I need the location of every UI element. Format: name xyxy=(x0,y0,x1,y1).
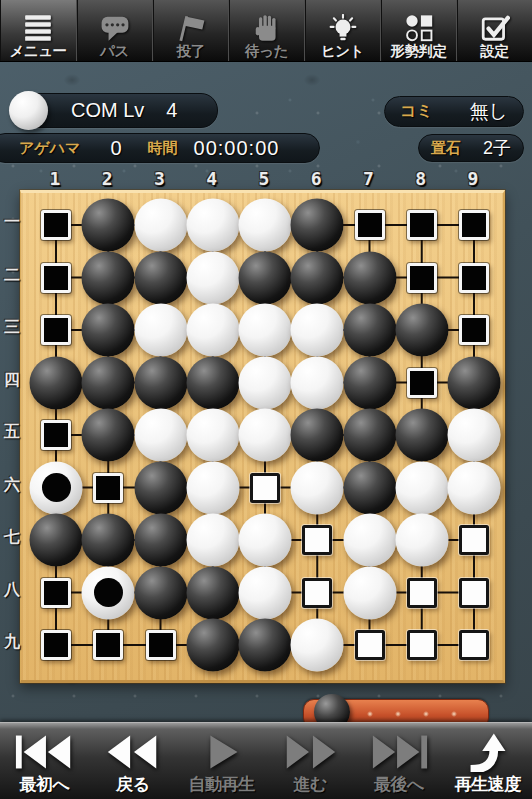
white-stone-8-6[interactable] xyxy=(395,461,448,514)
player-level-label: COM Lv xyxy=(71,99,144,122)
black-territory-marker-1-5[interactable] xyxy=(41,420,71,450)
col-label-8: 8 xyxy=(395,168,447,189)
black-stone-2-4[interactable] xyxy=(82,356,135,409)
white-stone-5-3[interactable] xyxy=(239,304,292,357)
pass-button-label: パス xyxy=(100,43,129,59)
white-stone-9-5[interactable] xyxy=(448,409,501,462)
black-stone-5-9[interactable] xyxy=(239,619,292,672)
app-screen: メニュー パス 投了 待った xyxy=(0,0,532,799)
black-territory-marker-2-6[interactable] xyxy=(93,473,123,503)
black-stone-1-7[interactable] xyxy=(30,514,83,567)
white-stone-4-1[interactable] xyxy=(186,199,239,252)
white-stone-5-4[interactable] xyxy=(239,356,292,409)
black-territory-marker-2-9[interactable] xyxy=(93,630,123,660)
white-stone-6-3[interactable] xyxy=(291,304,344,357)
dead-white-stone-2-8[interactable] xyxy=(82,566,135,619)
black-stone-6-2[interactable] xyxy=(291,251,344,304)
auto-play-label: 自動再生 xyxy=(189,773,255,796)
step-forward-button[interactable]: 進む xyxy=(266,723,355,799)
shapes-judge-icon xyxy=(404,14,434,42)
white-stone-5-1[interactable] xyxy=(239,199,292,252)
black-stone-8-5[interactable] xyxy=(395,409,448,462)
black-territory-marker-8-2[interactable] xyxy=(407,263,437,293)
white-stone-5-8[interactable] xyxy=(239,566,292,619)
step-forward-label: 進む xyxy=(294,773,327,796)
white-stone-4-3[interactable] xyxy=(186,304,239,357)
menu-button[interactable]: メニュー xyxy=(0,0,76,61)
curved-arrow-icon xyxy=(457,732,519,772)
row-label-8: 八 xyxy=(0,580,24,601)
row-label-4: 四 xyxy=(0,370,24,391)
white-stone-3-1[interactable] xyxy=(134,199,187,252)
white-stone-3-3[interactable] xyxy=(134,304,187,357)
handicap-value: 2子 xyxy=(483,136,511,160)
col-label-9: 9 xyxy=(447,168,499,189)
lightbulb-icon xyxy=(328,14,358,42)
row-label-5: 五 xyxy=(0,422,24,443)
time-value: 00:00:00 xyxy=(194,137,280,160)
white-territory-marker-9-9[interactable] xyxy=(459,630,489,660)
dead-white-stone-1-6[interactable] xyxy=(30,461,83,514)
handicap-label: 置石 xyxy=(431,139,461,158)
flag-icon xyxy=(176,14,206,42)
playback-speed-button[interactable]: 再生速度 xyxy=(443,723,532,799)
black-territory-marker-8-4[interactable] xyxy=(407,368,437,398)
col-label-3: 3 xyxy=(134,168,186,189)
black-territory-marker-1-3[interactable] xyxy=(41,315,71,345)
top-toolbar: メニュー パス 投了 待った xyxy=(0,0,532,62)
undo-button[interactable]: 待った xyxy=(228,0,304,61)
black-stone-6-1[interactable] xyxy=(291,199,344,252)
white-stone-6-9[interactable] xyxy=(291,619,344,672)
white-stone-3-5[interactable] xyxy=(134,409,187,462)
black-stone-7-6[interactable] xyxy=(343,461,396,514)
menu-icon xyxy=(23,14,53,42)
captures-value: 0 xyxy=(110,137,121,160)
komi-label: コミ xyxy=(400,101,433,122)
captures-label: アゲハマ xyxy=(19,139,80,158)
captures-time-pill: アゲハマ 0 時間 00:00:00 xyxy=(0,133,320,163)
black-stone-3-4[interactable] xyxy=(134,356,187,409)
auto-play-button[interactable]: 自動再生 xyxy=(177,723,266,799)
white-territory-marker-8-8[interactable] xyxy=(407,578,437,608)
black-stone-2-7[interactable] xyxy=(82,514,135,567)
black-territory-marker-8-1[interactable] xyxy=(407,210,437,240)
row-label-6: 六 xyxy=(0,475,24,496)
white-stone-7-8[interactable] xyxy=(343,566,396,619)
skip-to-end-icon xyxy=(368,732,430,772)
skip-to-start-label: 最初へ xyxy=(19,773,69,796)
menu-button-label: メニュー xyxy=(9,43,66,59)
black-stone-1-4[interactable] xyxy=(30,356,83,409)
settings-button-label: 設定 xyxy=(481,43,509,59)
black-stone-7-4[interactable] xyxy=(343,356,396,409)
black-stone-9-4[interactable] xyxy=(448,356,501,409)
white-territory-marker-5-6[interactable] xyxy=(250,473,280,503)
banner-text-partial xyxy=(364,711,474,717)
play-icon xyxy=(191,732,253,772)
judge-position-button-label: 形勢判定 xyxy=(391,43,447,59)
black-territory-marker-9-2[interactable] xyxy=(459,263,489,293)
checkbox-icon xyxy=(480,14,510,42)
fast-forward-icon xyxy=(279,732,341,772)
handicap-pill: 置石 2子 xyxy=(418,134,524,162)
col-label-2: 2 xyxy=(81,168,133,189)
col-label-7: 7 xyxy=(343,168,395,189)
white-territory-marker-9-7[interactable] xyxy=(459,525,489,555)
black-stone-7-5[interactable] xyxy=(343,409,396,462)
playback-speed-label: 再生速度 xyxy=(455,773,521,796)
black-stone-2-3[interactable] xyxy=(82,304,135,357)
pass-button[interactable]: パス xyxy=(76,0,152,61)
go-board[interactable] xyxy=(20,190,505,683)
black-stone-3-6[interactable] xyxy=(134,461,187,514)
settings-button[interactable]: 設定 xyxy=(456,0,532,61)
black-stone-4-8[interactable] xyxy=(186,566,239,619)
white-stone-4-7[interactable] xyxy=(186,514,239,567)
black-stone-5-2[interactable] xyxy=(239,251,292,304)
resign-button-label: 投了 xyxy=(177,43,205,59)
black-stone-2-5[interactable] xyxy=(82,409,135,462)
hand-icon xyxy=(252,14,282,42)
black-stone-7-2[interactable] xyxy=(343,251,396,304)
black-territory-marker-1-8[interactable] xyxy=(41,578,71,608)
step-back-label: 戻る xyxy=(116,773,149,796)
white-stone-icon xyxy=(9,91,48,130)
black-stone-7-3[interactable] xyxy=(343,304,396,357)
white-stone-4-6[interactable] xyxy=(186,461,239,514)
white-territory-marker-6-8[interactable] xyxy=(302,578,332,608)
white-territory-marker-7-9[interactable] xyxy=(355,630,385,660)
row-label-9: 九 xyxy=(0,632,24,653)
white-stone-7-7[interactable] xyxy=(343,514,396,567)
row-label-3: 三 xyxy=(0,317,24,338)
black-stone-3-2[interactable] xyxy=(134,251,187,304)
black-stone-2-1[interactable] xyxy=(82,199,135,252)
speech-bubble-icon xyxy=(100,14,130,42)
black-stone-3-8[interactable] xyxy=(134,566,187,619)
black-stone-4-4[interactable] xyxy=(186,356,239,409)
white-stone-8-7[interactable] xyxy=(395,514,448,567)
player-level-value: 4 xyxy=(166,99,177,122)
skip-to-end-label: 最後へ xyxy=(374,773,424,796)
black-stone-2-2[interactable] xyxy=(82,251,135,304)
black-stone-4-9[interactable] xyxy=(186,619,239,672)
white-stone-6-4[interactable] xyxy=(291,356,344,409)
col-label-5: 5 xyxy=(238,168,290,189)
black-territory-marker-9-1[interactable] xyxy=(459,210,489,240)
col-label-1: 1 xyxy=(29,168,81,189)
black-stone-6-5[interactable] xyxy=(291,409,344,462)
white-stone-9-6[interactable] xyxy=(448,461,501,514)
bottom-toolbar: 最初へ 戻る 自動再生 進む 最後へ xyxy=(0,722,532,799)
black-territory-marker-9-3[interactable] xyxy=(459,315,489,345)
row-label-7: 七 xyxy=(0,527,24,548)
white-stone-4-2[interactable] xyxy=(186,251,239,304)
white-territory-marker-9-8[interactable] xyxy=(459,578,489,608)
white-territory-marker-6-7[interactable] xyxy=(302,525,332,555)
dead-stone-mark xyxy=(42,473,71,502)
skip-to-start-icon xyxy=(13,732,75,772)
komi-pill: コミ 無し xyxy=(384,96,524,127)
white-stone-4-5[interactable] xyxy=(186,409,239,462)
undo-button-label: 待った xyxy=(245,43,288,59)
black-territory-marker-3-9[interactable] xyxy=(146,630,176,660)
black-territory-marker-1-2[interactable] xyxy=(41,263,71,293)
black-territory-marker-7-1[interactable] xyxy=(355,210,385,240)
white-stone-5-7[interactable] xyxy=(239,514,292,567)
hint-button[interactable]: ヒント xyxy=(304,0,380,61)
time-label: 時間 xyxy=(148,139,178,158)
resign-button[interactable]: 投了 xyxy=(152,0,228,61)
col-label-6: 6 xyxy=(290,168,342,189)
dead-stone-mark xyxy=(94,578,123,607)
black-stone-3-7[interactable] xyxy=(134,514,187,567)
black-stone-8-3[interactable] xyxy=(395,304,448,357)
row-label-2: 二 xyxy=(0,265,24,286)
black-territory-marker-1-9[interactable] xyxy=(41,630,71,660)
rewind-icon xyxy=(102,732,164,772)
row-label-1: 一 xyxy=(0,212,24,233)
hint-button-label: ヒント xyxy=(321,43,364,59)
black-territory-marker-1-1[interactable] xyxy=(41,210,71,240)
white-territory-marker-8-9[interactable] xyxy=(407,630,437,660)
step-back-button[interactable]: 戻る xyxy=(89,723,178,799)
komi-value: 無し xyxy=(470,99,508,125)
skip-to-end-button[interactable]: 最後へ xyxy=(355,723,444,799)
white-stone-6-6[interactable] xyxy=(291,461,344,514)
col-label-4: 4 xyxy=(186,168,238,189)
white-stone-5-5[interactable] xyxy=(239,409,292,462)
judge-position-button[interactable]: 形勢判定 xyxy=(380,0,456,61)
skip-to-start-button[interactable]: 最初へ xyxy=(0,723,89,799)
